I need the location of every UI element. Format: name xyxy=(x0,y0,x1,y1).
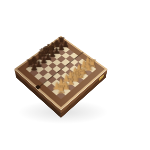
white-rook-a1[interactable]: ♜ xyxy=(56,85,66,96)
brass-latch xyxy=(99,74,104,81)
product-photo-scene: ♜♞♝♛♚♝♞♜♟♟♟♟♟♟♟♟♟♟♟♟♟♟♟♟♜♞♝♛♚♝♞♜ xyxy=(0,0,150,150)
black-pawn-a7[interactable]: ♟ xyxy=(30,64,38,73)
